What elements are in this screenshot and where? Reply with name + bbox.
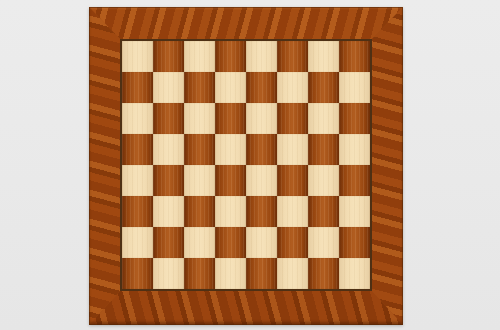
square-c4[interactable] xyxy=(184,165,215,196)
square-b8[interactable] xyxy=(153,41,184,72)
square-f2[interactable] xyxy=(277,227,308,258)
square-c3[interactable] xyxy=(184,196,215,227)
square-c5[interactable] xyxy=(184,134,215,165)
square-b6[interactable] xyxy=(153,103,184,134)
square-f3[interactable] xyxy=(277,196,308,227)
square-a6[interactable] xyxy=(122,103,153,134)
square-e1[interactable] xyxy=(246,258,277,289)
square-f1[interactable] xyxy=(277,258,308,289)
square-g4[interactable] xyxy=(308,165,339,196)
board-frame-bottom xyxy=(89,289,403,325)
square-e2[interactable] xyxy=(246,227,277,258)
square-g3[interactable] xyxy=(308,196,339,227)
photo-background xyxy=(0,0,500,330)
board-grid xyxy=(122,41,370,289)
square-d6[interactable] xyxy=(215,103,246,134)
square-c7[interactable] xyxy=(184,72,215,103)
square-d4[interactable] xyxy=(215,165,246,196)
square-h7[interactable] xyxy=(339,72,370,103)
square-g2[interactable] xyxy=(308,227,339,258)
square-b4[interactable] xyxy=(153,165,184,196)
square-h4[interactable] xyxy=(339,165,370,196)
square-d7[interactable] xyxy=(215,72,246,103)
square-g6[interactable] xyxy=(308,103,339,134)
square-c6[interactable] xyxy=(184,103,215,134)
square-c1[interactable] xyxy=(184,258,215,289)
square-e3[interactable] xyxy=(246,196,277,227)
square-d8[interactable] xyxy=(215,41,246,72)
square-e5[interactable] xyxy=(246,134,277,165)
square-b2[interactable] xyxy=(153,227,184,258)
board-frame-top xyxy=(89,7,403,41)
square-e6[interactable] xyxy=(246,103,277,134)
square-a8[interactable] xyxy=(122,41,153,72)
square-a1[interactable] xyxy=(122,258,153,289)
square-h1[interactable] xyxy=(339,258,370,289)
square-h3[interactable] xyxy=(339,196,370,227)
board-frame-right xyxy=(370,7,403,325)
square-e4[interactable] xyxy=(246,165,277,196)
square-d5[interactable] xyxy=(215,134,246,165)
square-f4[interactable] xyxy=(277,165,308,196)
square-f6[interactable] xyxy=(277,103,308,134)
square-h8[interactable] xyxy=(339,41,370,72)
square-a4[interactable] xyxy=(122,165,153,196)
square-d3[interactable] xyxy=(215,196,246,227)
square-b1[interactable] xyxy=(153,258,184,289)
square-a3[interactable] xyxy=(122,196,153,227)
square-a7[interactable] xyxy=(122,72,153,103)
inlay-border xyxy=(120,39,372,291)
square-b3[interactable] xyxy=(153,196,184,227)
square-b7[interactable] xyxy=(153,72,184,103)
square-e7[interactable] xyxy=(246,72,277,103)
square-f5[interactable] xyxy=(277,134,308,165)
square-c2[interactable] xyxy=(184,227,215,258)
square-f7[interactable] xyxy=(277,72,308,103)
square-g1[interactable] xyxy=(308,258,339,289)
square-h5[interactable] xyxy=(339,134,370,165)
square-g5[interactable] xyxy=(308,134,339,165)
square-c8[interactable] xyxy=(184,41,215,72)
square-e8[interactable] xyxy=(246,41,277,72)
square-b5[interactable] xyxy=(153,134,184,165)
square-f8[interactable] xyxy=(277,41,308,72)
board-frame-left xyxy=(89,7,122,325)
square-d2[interactable] xyxy=(215,227,246,258)
square-g7[interactable] xyxy=(308,72,339,103)
square-h6[interactable] xyxy=(339,103,370,134)
square-g8[interactable] xyxy=(308,41,339,72)
square-d1[interactable] xyxy=(215,258,246,289)
square-a5[interactable] xyxy=(122,134,153,165)
chess-board xyxy=(89,7,403,325)
square-h2[interactable] xyxy=(339,227,370,258)
square-a2[interactable] xyxy=(122,227,153,258)
